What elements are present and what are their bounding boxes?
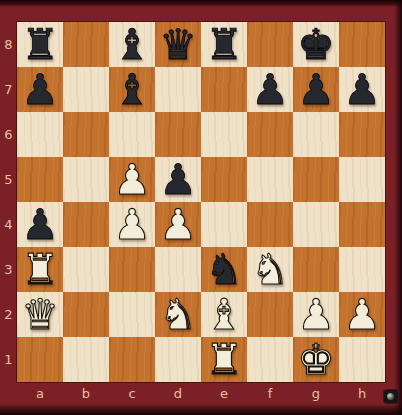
square-g3[interactable] xyxy=(293,247,339,292)
square-d2[interactable]: ♞ xyxy=(155,292,201,337)
white-pawn-icon[interactable]: ♟ xyxy=(297,292,335,337)
white-knight-icon[interactable]: ♞ xyxy=(251,247,289,292)
square-a8[interactable]: ♜ xyxy=(17,22,63,67)
square-h5[interactable] xyxy=(339,157,385,202)
square-f6[interactable] xyxy=(247,112,293,157)
frame-bottom-edge xyxy=(0,404,402,415)
square-g1[interactable]: ♚ xyxy=(293,337,339,382)
square-c1[interactable] xyxy=(109,337,155,382)
square-c2[interactable] xyxy=(109,292,155,337)
file-label-g: g xyxy=(293,382,339,404)
white-bishop-icon[interactable]: ♝ xyxy=(205,292,243,337)
black-pawn-icon[interactable]: ♟ xyxy=(21,202,59,247)
rank-label-8: 8 xyxy=(0,22,17,67)
square-c4[interactable]: ♟ xyxy=(109,202,155,247)
square-h4[interactable] xyxy=(339,202,385,247)
black-queen-icon[interactable]: ♛ xyxy=(159,22,197,67)
square-b5[interactable] xyxy=(63,157,109,202)
square-b7[interactable] xyxy=(63,67,109,112)
square-f8[interactable] xyxy=(247,22,293,67)
file-label-c: c xyxy=(109,382,155,404)
white-knight-icon[interactable]: ♞ xyxy=(159,292,197,337)
square-d7[interactable] xyxy=(155,67,201,112)
square-e1[interactable]: ♜ xyxy=(201,337,247,382)
file-label-d: d xyxy=(155,382,201,404)
square-h6[interactable] xyxy=(339,112,385,157)
square-h8[interactable] xyxy=(339,22,385,67)
white-pawn-icon[interactable]: ♟ xyxy=(159,202,197,247)
file-label-b: b xyxy=(63,382,109,404)
rank-label-2: 2 xyxy=(0,292,17,337)
square-a7[interactable]: ♟ xyxy=(17,67,63,112)
square-g4[interactable] xyxy=(293,202,339,247)
black-pawn-icon[interactable]: ♟ xyxy=(297,67,335,112)
square-d6[interactable] xyxy=(155,112,201,157)
square-a4[interactable]: ♟ xyxy=(17,202,63,247)
square-a5[interactable] xyxy=(17,157,63,202)
corner-button-dot-icon xyxy=(387,393,394,400)
square-c7[interactable]: ♝ xyxy=(109,67,155,112)
white-king-icon[interactable]: ♚ xyxy=(297,337,335,382)
white-pawn-icon[interactable]: ♟ xyxy=(113,202,151,247)
square-c5[interactable]: ♟ xyxy=(109,157,155,202)
square-c8[interactable]: ♝ xyxy=(109,22,155,67)
file-label-f: f xyxy=(247,382,293,404)
rank-label-5: 5 xyxy=(0,157,17,202)
file-label-e: e xyxy=(201,382,247,404)
white-rook-icon[interactable]: ♜ xyxy=(205,337,243,382)
square-e3[interactable]: ♞ xyxy=(201,247,247,292)
rank-label-4: 4 xyxy=(0,202,17,247)
black-rook-icon[interactable]: ♜ xyxy=(205,22,243,67)
square-c3[interactable] xyxy=(109,247,155,292)
black-king-icon[interactable]: ♚ xyxy=(297,22,335,67)
file-label-a: a xyxy=(17,382,63,404)
square-g6[interactable] xyxy=(293,112,339,157)
file-label-h: h xyxy=(339,382,385,404)
black-pawn-icon[interactable]: ♟ xyxy=(343,67,381,112)
square-f7[interactable]: ♟ xyxy=(247,67,293,112)
square-c6[interactable] xyxy=(109,112,155,157)
square-b4[interactable] xyxy=(63,202,109,247)
square-e2[interactable]: ♝ xyxy=(201,292,247,337)
white-pawn-icon[interactable]: ♟ xyxy=(343,292,381,337)
square-d8[interactable]: ♛ xyxy=(155,22,201,67)
square-b2[interactable] xyxy=(63,292,109,337)
square-d3[interactable] xyxy=(155,247,201,292)
square-a1[interactable] xyxy=(17,337,63,382)
square-g5[interactable] xyxy=(293,157,339,202)
chess-board: ♜♝♛♜♚♟♝♟♟♟♟♟♟♟♟♜♞♞♛♞♝♟♟♜♚ xyxy=(17,22,385,382)
square-g7[interactable]: ♟ xyxy=(293,67,339,112)
black-bishop-icon[interactable]: ♝ xyxy=(113,67,151,112)
square-e6[interactable] xyxy=(201,112,247,157)
black-bishop-icon[interactable]: ♝ xyxy=(113,22,151,67)
square-b3[interactable] xyxy=(63,247,109,292)
square-f1[interactable] xyxy=(247,337,293,382)
square-f5[interactable] xyxy=(247,157,293,202)
square-e4[interactable] xyxy=(201,202,247,247)
rank-label-3: 3 xyxy=(0,247,17,292)
square-f3[interactable]: ♞ xyxy=(247,247,293,292)
white-rook-icon[interactable]: ♜ xyxy=(21,247,59,292)
square-b6[interactable] xyxy=(63,112,109,157)
square-d5[interactable]: ♟ xyxy=(155,157,201,202)
square-h7[interactable]: ♟ xyxy=(339,67,385,112)
black-pawn-icon[interactable]: ♟ xyxy=(159,157,197,202)
square-h2[interactable]: ♟ xyxy=(339,292,385,337)
square-e7[interactable] xyxy=(201,67,247,112)
square-h1[interactable] xyxy=(339,337,385,382)
square-e5[interactable] xyxy=(201,157,247,202)
square-d4[interactable]: ♟ xyxy=(155,202,201,247)
square-a3[interactable]: ♜ xyxy=(17,247,63,292)
rank-label-6: 6 xyxy=(0,112,17,157)
square-g8[interactable]: ♚ xyxy=(293,22,339,67)
square-f4[interactable] xyxy=(247,202,293,247)
square-g2[interactable]: ♟ xyxy=(293,292,339,337)
white-pawn-icon[interactable]: ♟ xyxy=(113,157,151,202)
black-rook-icon[interactable]: ♜ xyxy=(21,22,59,67)
board-corner-button[interactable] xyxy=(384,390,397,403)
black-knight-icon[interactable]: ♞ xyxy=(205,247,243,292)
rank-label-7: 7 xyxy=(0,67,17,112)
square-a2[interactable]: ♛ xyxy=(17,292,63,337)
rank-labels: 87654321 xyxy=(0,22,17,382)
frame-top-edge xyxy=(0,0,402,7)
square-b1[interactable] xyxy=(63,337,109,382)
board-frame: 87654321 ♜♝♛♜♚♟♝♟♟♟♟♟♟♟♟♜♞♞♛♞♝♟♟♜♚ abcde… xyxy=(0,0,402,415)
square-f2[interactable] xyxy=(247,292,293,337)
rank-label-1: 1 xyxy=(0,337,17,382)
black-pawn-icon[interactable]: ♟ xyxy=(251,67,289,112)
white-queen-icon[interactable]: ♛ xyxy=(21,292,59,337)
file-labels: abcdefgh xyxy=(17,382,385,404)
black-pawn-icon[interactable]: ♟ xyxy=(21,67,59,112)
square-d1[interactable] xyxy=(155,337,201,382)
frame-right-edge xyxy=(394,0,402,415)
square-a6[interactable] xyxy=(17,112,63,157)
square-e8[interactable]: ♜ xyxy=(201,22,247,67)
square-b8[interactable] xyxy=(63,22,109,67)
square-h3[interactable] xyxy=(339,247,385,292)
